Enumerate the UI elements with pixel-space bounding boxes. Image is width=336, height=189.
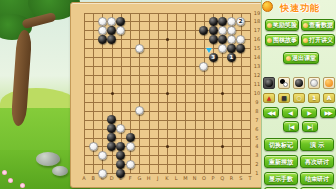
flower <box>8 178 13 183</box>
triangle-icon: ▲ <box>267 95 272 101</box>
tool-alternate-stones[interactable] <box>278 77 290 89</box>
go-board[interactable]: ABCDEFGHJKLMNOPQRST191817161514131211109… <box>70 2 263 188</box>
move-number-label: 3 <box>209 53 218 62</box>
smiley-icon <box>267 23 272 28</box>
column-label: B <box>92 176 95 181</box>
black-stone[interactable]: 1 <box>227 53 236 62</box>
star-point <box>166 92 169 95</box>
black-stone[interactable] <box>209 26 218 35</box>
row-label: 15 <box>254 46 260 51</box>
row-label: 6 <box>255 126 258 131</box>
app-window: ABCDEFGHJKLMNOPQRST191817161514131211109… <box>0 0 336 189</box>
grid-line-vertical <box>185 13 186 174</box>
forward-icon: ▶ <box>307 110 311 116</box>
button-label: 显示手数 <box>269 176 293 182</box>
black-stone[interactable] <box>98 35 107 44</box>
grid-line-horizontal <box>84 164 251 165</box>
white-stone[interactable] <box>126 160 135 169</box>
row-label: 16 <box>254 37 260 42</box>
white-stone[interactable] <box>107 17 116 26</box>
star-point <box>111 92 114 95</box>
cutoff-button[interactable] <box>300 187 334 189</box>
row-label: 19 <box>254 10 260 15</box>
coin-icon <box>262 1 273 12</box>
panel-title: 快速功能 <box>280 2 320 15</box>
backward-icon: ◀ <box>288 110 292 116</box>
white-stone-icon <box>310 79 318 87</box>
square-icon: ■ <box>281 95 287 101</box>
end-review-button[interactable]: 结束研讨 <box>300 172 334 185</box>
tool-place-white[interactable] <box>308 77 320 89</box>
reward-smiley-button[interactable]: 奖励笑脸 <box>265 19 299 31</box>
black-stone[interactable] <box>107 124 116 133</box>
column-label: O <box>202 176 206 181</box>
toggle-marks-button[interactable]: 切换标记 <box>264 138 298 151</box>
button-label: 重新摆放 <box>269 159 293 165</box>
white-stone[interactable] <box>236 35 245 44</box>
button-label: 奖励笑脸 <box>273 22 297 28</box>
black-stone-icon <box>295 79 303 87</box>
black-stone[interactable] <box>227 44 236 53</box>
row-label: 10 <box>254 90 260 95</box>
marker-circle-button[interactable]: ○ <box>293 93 305 103</box>
white-stone[interactable] <box>116 26 125 35</box>
white-stone[interactable] <box>218 44 227 53</box>
black-stone[interactable] <box>107 142 116 151</box>
column-label: A <box>82 176 85 181</box>
grid-line-vertical <box>195 13 196 174</box>
marker-letter-button[interactable]: A <box>323 93 335 103</box>
go-to-end-icon: ▶| <box>308 124 313 130</box>
black-stone[interactable] <box>116 151 125 160</box>
number-icon: 1 <box>312 95 316 101</box>
button-label: 再次研讨 <box>305 159 329 165</box>
column-label: G <box>137 176 141 181</box>
flower <box>20 183 25 188</box>
orange-stone-icon <box>325 79 333 87</box>
notes-icon <box>303 38 308 43</box>
reset-placement-button[interactable]: 重新摆放 <box>264 155 298 168</box>
white-stone[interactable] <box>116 124 125 133</box>
fast-forward-icon: ▶▶ <box>324 110 331 116</box>
rock <box>36 152 60 166</box>
row-label: 1 <box>255 171 258 176</box>
column-label: L <box>175 176 178 181</box>
column-label: R <box>230 176 233 181</box>
exit-icon <box>286 56 291 61</box>
black-stone[interactable] <box>107 133 116 142</box>
row-label: 14 <box>254 55 260 60</box>
column-label: H <box>147 176 151 181</box>
button-label: 切换标记 <box>269 142 293 148</box>
go-to-end-button[interactable]: ▶| <box>302 121 318 132</box>
black-stone[interactable] <box>218 17 227 26</box>
white-stone[interactable] <box>98 169 107 178</box>
white-stone-icon <box>283 82 288 87</box>
last-move-marker-icon <box>206 48 212 53</box>
white-stone[interactable] <box>135 44 144 53</box>
button-label: 查看数据 <box>309 22 333 28</box>
white-stone[interactable] <box>126 142 135 151</box>
white-stone[interactable] <box>89 142 98 151</box>
row-label: 2 <box>255 162 258 167</box>
button-label: 打开讲义 <box>309 37 333 43</box>
fast-backward-button[interactable]: ◀◀ <box>263 107 279 118</box>
button-label: 围棋故事 <box>273 37 297 43</box>
go-story-button[interactable]: 围棋故事 <box>265 34 299 46</box>
row-label: 13 <box>254 64 260 69</box>
show-move-numbers-button[interactable]: 显示手数 <box>264 172 298 185</box>
flower <box>2 170 7 175</box>
row-label: 5 <box>255 135 258 140</box>
white-stone[interactable] <box>227 35 236 44</box>
column-label: N <box>193 176 197 181</box>
view-data-button[interactable]: 查看数据 <box>301 19 335 31</box>
row-label: 11 <box>254 81 260 86</box>
column-label: T <box>248 176 251 181</box>
black-stone[interactable] <box>218 35 227 44</box>
row-label: 17 <box>254 28 260 33</box>
black-stone[interactable] <box>199 26 208 35</box>
go-to-start-icon: |◀ <box>289 124 294 130</box>
column-label: P <box>212 176 215 181</box>
star-point <box>166 145 169 148</box>
tool-place-orange[interactable] <box>323 77 335 89</box>
black-stone[interactable]: 3 <box>209 53 218 62</box>
rock <box>52 166 68 176</box>
black-stone[interactable] <box>116 17 125 26</box>
circle-icon: ○ <box>296 95 301 101</box>
column-label: Q <box>220 176 224 181</box>
row-label: 12 <box>254 73 260 78</box>
marker-number-button[interactable]: 1 <box>308 93 320 103</box>
forward-button[interactable]: ▶ <box>301 107 317 118</box>
button-label: 结束研讨 <box>305 176 329 182</box>
fast-forward-button[interactable]: ▶▶ <box>320 107 336 118</box>
white-stone[interactable] <box>98 17 107 26</box>
row-label: 3 <box>255 153 258 158</box>
black-stone[interactable] <box>107 115 116 124</box>
row-label: 9 <box>255 99 258 104</box>
grid-line-vertical <box>204 13 205 174</box>
black-stone[interactable] <box>126 133 135 142</box>
row-label: 4 <box>255 144 258 149</box>
letter-icon: A <box>327 95 332 101</box>
move-number-label: 2 <box>237 18 244 25</box>
button-label: 演 示 <box>310 142 324 148</box>
column-label: D <box>110 176 114 181</box>
black-stone[interactable] <box>236 44 245 53</box>
white-stone[interactable] <box>199 62 208 71</box>
black-stone[interactable] <box>116 142 125 151</box>
book-icon <box>267 38 272 43</box>
marker-square-button[interactable]: ■ <box>278 93 290 103</box>
go-to-start-button[interactable]: |◀ <box>283 121 299 132</box>
backward-button[interactable]: ◀ <box>282 107 298 118</box>
white-stone[interactable] <box>227 26 236 35</box>
marker-triangle-button[interactable]: ▲ <box>263 93 275 103</box>
open-handout-button[interactable]: 打开讲义 <box>301 34 335 46</box>
star-point <box>166 38 169 41</box>
exit-classroom-button[interactable]: 退出课堂 <box>283 52 319 64</box>
black-stone[interactable] <box>107 26 116 35</box>
button-label: 退出课堂 <box>292 55 316 61</box>
column-label: M <box>183 176 187 181</box>
black-stone[interactable] <box>107 35 116 44</box>
white-stone[interactable] <box>227 17 236 26</box>
grid-line-horizontal <box>84 111 251 112</box>
grid-line-horizontal <box>84 155 251 156</box>
fast-backward-icon: ◀◀ <box>267 110 274 116</box>
black-stone[interactable] <box>209 17 218 26</box>
tool-place-black-selected[interactable] <box>263 77 275 89</box>
white-stone[interactable] <box>98 151 107 160</box>
black-stone[interactable] <box>116 169 125 178</box>
move-number-label: 1 <box>227 53 236 62</box>
data-icon <box>303 23 308 28</box>
row-label: 8 <box>255 108 258 113</box>
row-label: 7 <box>255 117 258 122</box>
white-stone[interactable] <box>135 106 144 115</box>
tool-place-black[interactable] <box>293 77 305 89</box>
black-stone[interactable] <box>209 35 218 44</box>
column-label: J <box>157 176 158 181</box>
column-label: F <box>129 176 132 181</box>
white-stone[interactable] <box>98 26 107 35</box>
column-label: S <box>239 176 242 181</box>
grid-line-vertical <box>250 13 251 174</box>
white-stone[interactable]: 2 <box>236 17 245 26</box>
cutoff-button[interactable] <box>264 187 298 189</box>
discuss-again-button[interactable]: 再次研讨 <box>300 155 334 168</box>
star-point <box>221 92 224 95</box>
black-stone-icon <box>265 79 273 87</box>
grid-line-horizontal <box>84 102 251 103</box>
black-stone[interactable] <box>116 160 125 169</box>
column-label: K <box>165 176 168 181</box>
row-label: 18 <box>254 19 260 24</box>
demonstrate-button[interactable]: 演 示 <box>300 138 334 151</box>
grid-line-vertical <box>176 13 177 174</box>
white-stone[interactable] <box>218 26 227 35</box>
